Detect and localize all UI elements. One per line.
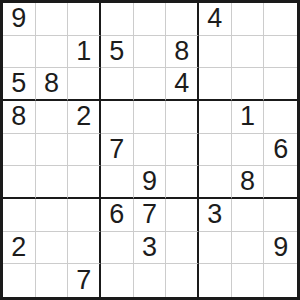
cell-r5c2[interactable] [36, 134, 69, 167]
cell-r4c5[interactable] [134, 101, 167, 134]
cell-r4c2[interactable] [36, 101, 69, 134]
cell-r2c3[interactable]: 1 [68, 36, 101, 69]
cell-r3c6[interactable]: 4 [166, 68, 199, 101]
cell-r2c8[interactable] [232, 36, 265, 69]
cell-r2c1[interactable] [3, 36, 36, 69]
cell-r2c4[interactable]: 5 [101, 36, 134, 69]
cell-r3c5[interactable] [134, 68, 167, 101]
cell-r4c9[interactable] [264, 101, 297, 134]
cell-r9c4[interactable] [101, 264, 134, 297]
cell-r9c2[interactable] [36, 264, 69, 297]
cell-r1c4[interactable] [101, 3, 134, 36]
cell-r9c3[interactable]: 7 [68, 264, 101, 297]
cell-r8c2[interactable] [36, 232, 69, 265]
cell-r5c1[interactable] [3, 134, 36, 167]
cell-r5c4[interactable]: 7 [101, 134, 134, 167]
cell-r8c7[interactable] [199, 232, 232, 265]
cell-r4c1[interactable]: 8 [3, 101, 36, 134]
cell-r1c9[interactable] [264, 3, 297, 36]
cell-r1c3[interactable] [68, 3, 101, 36]
cell-r4c3[interactable]: 2 [68, 101, 101, 134]
cell-r6c9[interactable] [264, 166, 297, 199]
cell-r6c5[interactable]: 9 [134, 166, 167, 199]
cell-r9c1[interactable] [3, 264, 36, 297]
cell-r9c8[interactable] [232, 264, 265, 297]
cell-r6c1[interactable] [3, 166, 36, 199]
cell-r1c2[interactable] [36, 3, 69, 36]
cell-r2c6[interactable]: 8 [166, 36, 199, 69]
cell-r8c3[interactable] [68, 232, 101, 265]
cell-r7c1[interactable] [3, 199, 36, 232]
cell-r3c7[interactable] [199, 68, 232, 101]
cell-r1c5[interactable] [134, 3, 167, 36]
cell-r7c7[interactable]: 3 [199, 199, 232, 232]
cell-r8c6[interactable] [166, 232, 199, 265]
cell-r4c7[interactable] [199, 101, 232, 134]
cell-r3c8[interactable] [232, 68, 265, 101]
cell-r4c4[interactable] [101, 101, 134, 134]
cell-r8c1[interactable]: 2 [3, 232, 36, 265]
cell-r1c7[interactable]: 4 [199, 3, 232, 36]
cell-r7c4[interactable]: 6 [101, 199, 134, 232]
cell-r9c9[interactable] [264, 264, 297, 297]
cell-r5c6[interactable] [166, 134, 199, 167]
cell-r2c7[interactable] [199, 36, 232, 69]
cell-r6c8[interactable]: 8 [232, 166, 265, 199]
cell-r7c5[interactable]: 7 [134, 199, 167, 232]
cell-r6c6[interactable] [166, 166, 199, 199]
cell-r5c7[interactable] [199, 134, 232, 167]
cell-r7c6[interactable] [166, 199, 199, 232]
cell-r1c8[interactable] [232, 3, 265, 36]
cell-r7c9[interactable] [264, 199, 297, 232]
cell-r5c8[interactable] [232, 134, 265, 167]
cell-r9c7[interactable] [199, 264, 232, 297]
cell-r1c6[interactable] [166, 3, 199, 36]
cell-r4c8[interactable]: 1 [232, 101, 265, 134]
cell-r1c1[interactable]: 9 [3, 3, 36, 36]
cell-r8c5[interactable]: 3 [134, 232, 167, 265]
cell-r2c2[interactable] [36, 36, 69, 69]
cell-r7c3[interactable] [68, 199, 101, 232]
cell-r8c8[interactable] [232, 232, 265, 265]
cell-r2c5[interactable] [134, 36, 167, 69]
cell-r9c5[interactable] [134, 264, 167, 297]
cell-r2c9[interactable] [264, 36, 297, 69]
cell-r4c6[interactable] [166, 101, 199, 134]
cell-r7c8[interactable] [232, 199, 265, 232]
cell-r8c4[interactable] [101, 232, 134, 265]
cell-r5c5[interactable] [134, 134, 167, 167]
cell-r3c1[interactable]: 5 [3, 68, 36, 101]
cell-r6c3[interactable] [68, 166, 101, 199]
sudoku-board: 9415858482176986732397 [0, 0, 300, 300]
cell-r3c4[interactable] [101, 68, 134, 101]
cell-r9c6[interactable] [166, 264, 199, 297]
cell-r6c4[interactable] [101, 166, 134, 199]
cell-r8c9[interactable]: 9 [264, 232, 297, 265]
cell-r3c9[interactable] [264, 68, 297, 101]
cell-r3c2[interactable]: 8 [36, 68, 69, 101]
cell-r6c7[interactable] [199, 166, 232, 199]
cell-r5c3[interactable] [68, 134, 101, 167]
cell-r3c3[interactable] [68, 68, 101, 101]
cell-r6c2[interactable] [36, 166, 69, 199]
cell-r7c2[interactable] [36, 199, 69, 232]
cell-r5c9[interactable]: 6 [264, 134, 297, 167]
